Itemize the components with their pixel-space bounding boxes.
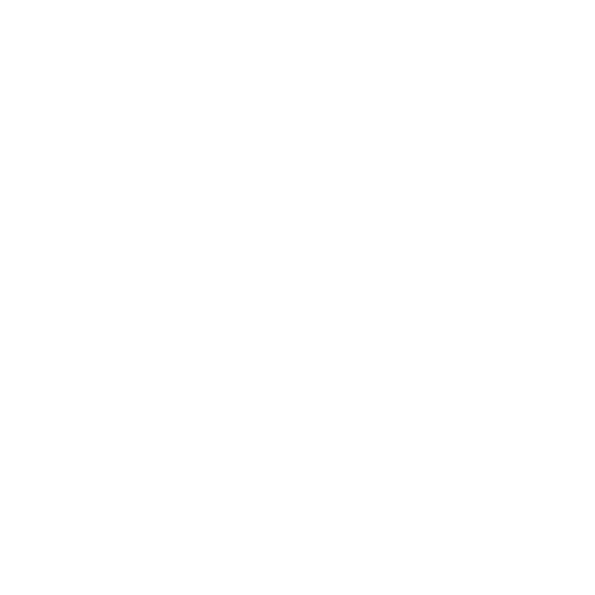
photo-canvas — [0, 0, 595, 595]
